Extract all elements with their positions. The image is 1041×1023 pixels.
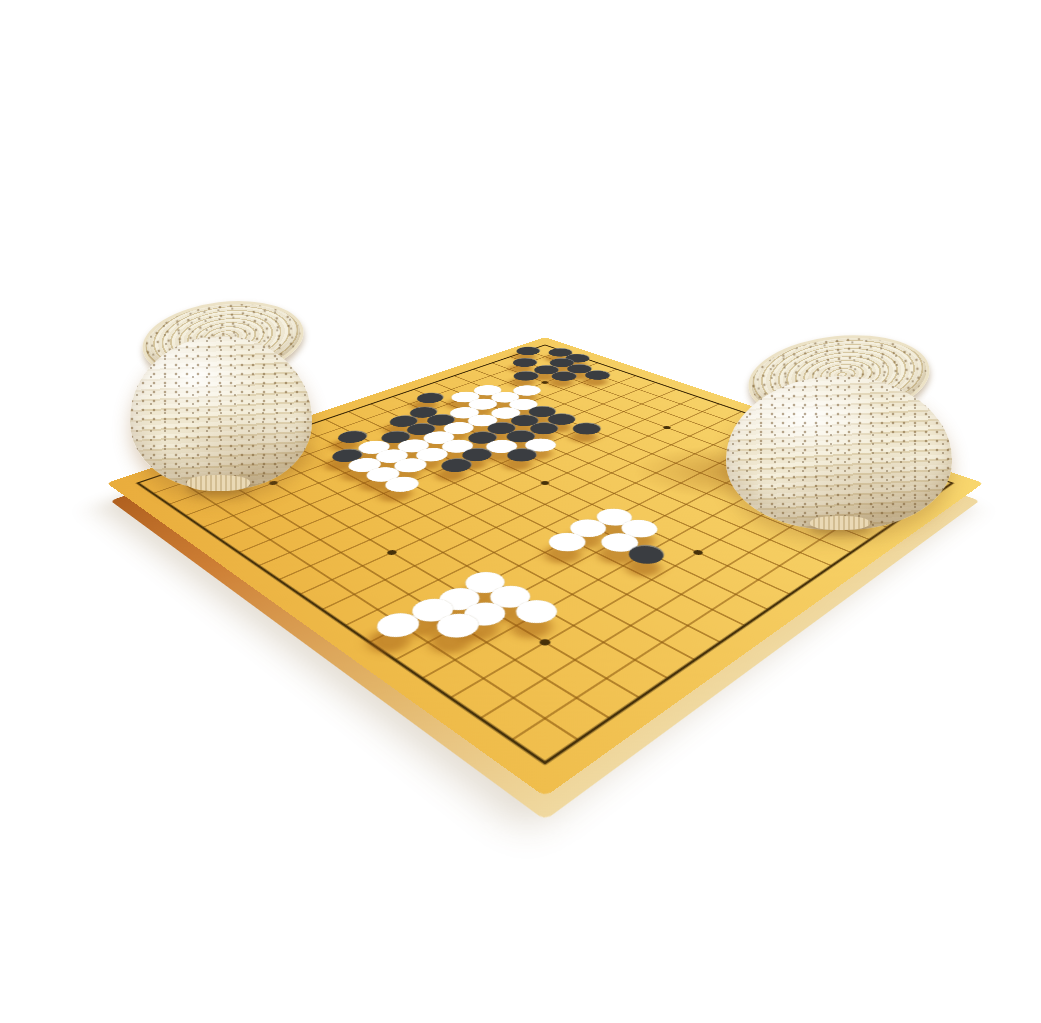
go-set-photo: ●●●●●●●●●●●●●●●●●●●●●●●●●●●●●●●●●●●●●●●●… — [0, 0, 1041, 1023]
bowl-weave-texture — [726, 376, 952, 530]
bowl-weave-texture — [130, 336, 312, 490]
bowl-foot-right — [810, 516, 870, 530]
stone-bowl-right[interactable] — [726, 334, 952, 530]
bowl-body-left — [130, 336, 312, 490]
stone-bowl-left[interactable] — [130, 296, 312, 494]
bowl-foot-left — [187, 475, 250, 491]
bowl-body-right — [726, 376, 952, 530]
